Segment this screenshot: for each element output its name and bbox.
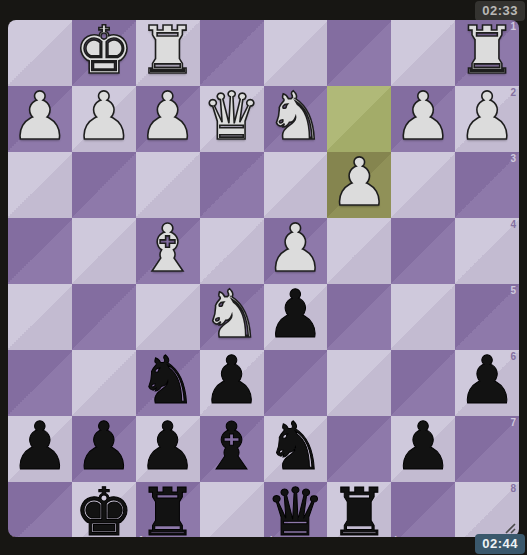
square-g1[interactable]: ♚ (72, 20, 136, 86)
square-h5[interactable] (8, 284, 72, 350)
square-h4[interactable] (8, 218, 72, 284)
square-g8[interactable]: ♚g (72, 482, 136, 537)
black-pawn[interactable]: ♟ (457, 348, 516, 414)
black-pawn[interactable]: ♟ (394, 414, 453, 480)
white-pawn[interactable]: ♟ (330, 150, 389, 216)
black-rook[interactable]: ♜ (138, 480, 197, 537)
player-clock: 02:44 (475, 534, 525, 554)
square-b4[interactable] (391, 218, 455, 284)
square-g5[interactable] (72, 284, 136, 350)
square-d5[interactable]: ♟ (264, 284, 328, 350)
square-c5[interactable] (327, 284, 391, 350)
black-pawn[interactable]: ♟ (202, 348, 261, 414)
square-b8[interactable]: b (391, 482, 455, 537)
file-label-h: h (11, 536, 17, 537)
square-c7[interactable] (327, 416, 391, 482)
white-pawn[interactable]: ♟ (138, 84, 197, 150)
white-pawn[interactable]: ♟ (394, 84, 453, 150)
black-pawn[interactable]: ♟ (266, 282, 325, 348)
white-knight[interactable]: ♞ (266, 84, 325, 150)
rank-label-7: 7 (510, 418, 516, 428)
square-b5[interactable] (391, 284, 455, 350)
rank-label-3: 3 (510, 154, 516, 164)
square-f7[interactable]: ♟ (136, 416, 200, 482)
square-e4[interactable] (200, 218, 264, 284)
square-f6[interactable]: ♞ (136, 350, 200, 416)
square-d1[interactable] (264, 20, 328, 86)
square-a1[interactable]: ♜1 (455, 20, 519, 86)
square-e6[interactable]: ♟ (200, 350, 264, 416)
square-g6[interactable] (72, 350, 136, 416)
black-rook[interactable]: ♜ (330, 480, 389, 537)
square-a4[interactable]: 4 (455, 218, 519, 284)
white-pawn[interactable]: ♟ (10, 84, 69, 150)
square-d3[interactable] (264, 152, 328, 218)
square-b7[interactable]: ♟ (391, 416, 455, 482)
square-e3[interactable] (200, 152, 264, 218)
square-b6[interactable] (391, 350, 455, 416)
square-g4[interactable] (72, 218, 136, 284)
square-h1[interactable] (8, 20, 72, 86)
square-f4[interactable]: ♝ (136, 218, 200, 284)
square-e7[interactable]: ♝ (200, 416, 264, 482)
square-a7[interactable]: 7 (455, 416, 519, 482)
square-e8[interactable]: e (200, 482, 264, 537)
file-label-a: a (458, 536, 464, 537)
square-a5[interactable]: 5 (455, 284, 519, 350)
white-pawn[interactable]: ♟ (457, 84, 516, 150)
square-g2[interactable]: ♟ (72, 86, 136, 152)
square-c8[interactable]: ♜c (327, 482, 391, 537)
square-d8[interactable]: ♛d (264, 482, 328, 537)
opponent-clock-time: 02:33 (482, 3, 518, 18)
rank-label-5: 5 (510, 286, 516, 296)
black-king[interactable]: ♚ (74, 480, 133, 537)
white-knight[interactable]: ♞ (202, 282, 261, 348)
square-g7[interactable]: ♟ (72, 416, 136, 482)
square-f8[interactable]: ♜f (136, 482, 200, 537)
black-knight[interactable]: ♞ (266, 414, 325, 480)
square-e2[interactable]: ♛ (200, 86, 264, 152)
square-h7[interactable]: ♟ (8, 416, 72, 482)
square-e1[interactable] (200, 20, 264, 86)
square-d4[interactable]: ♟ (264, 218, 328, 284)
square-b1[interactable] (391, 20, 455, 86)
square-c6[interactable] (327, 350, 391, 416)
white-bishop[interactable]: ♝ (138, 216, 197, 282)
square-b3[interactable] (391, 152, 455, 218)
rank-label-8: 8 (510, 484, 516, 494)
black-pawn[interactable]: ♟ (74, 414, 133, 480)
square-d7[interactable]: ♞ (264, 416, 328, 482)
square-c4[interactable] (327, 218, 391, 284)
square-d6[interactable] (264, 350, 328, 416)
square-f5[interactable] (136, 284, 200, 350)
black-queen[interactable]: ♛ (266, 480, 325, 537)
opponent-clock: 02:33 (475, 1, 525, 21)
square-h8[interactable]: h (8, 482, 72, 537)
black-bishop[interactable]: ♝ (202, 414, 261, 480)
square-a2[interactable]: ♟2 (455, 86, 519, 152)
square-f3[interactable] (136, 152, 200, 218)
square-b2[interactable]: ♟ (391, 86, 455, 152)
file-label-e: e (203, 536, 209, 537)
white-queen[interactable]: ♛ (202, 84, 261, 150)
white-pawn[interactable]: ♟ (74, 84, 133, 150)
square-e5[interactable]: ♞ (200, 284, 264, 350)
black-knight[interactable]: ♞ (138, 348, 197, 414)
square-a3[interactable]: 3 (455, 152, 519, 218)
chess-board: ♚♜♜1♟♟♟♛♞♟♟2♟3♝♟4♞♟5♞♟♟6♟♟♟♝♞♟7h♚g♜fe♛d♜… (8, 20, 519, 537)
square-a6[interactable]: ♟6 (455, 350, 519, 416)
square-g3[interactable] (72, 152, 136, 218)
square-f2[interactable]: ♟ (136, 86, 200, 152)
black-pawn[interactable]: ♟ (138, 414, 197, 480)
square-c3[interactable]: ♟ (327, 152, 391, 218)
square-c2[interactable] (327, 86, 391, 152)
square-f1[interactable]: ♜ (136, 20, 200, 86)
file-label-b: b (394, 536, 400, 537)
square-h2[interactable]: ♟ (8, 86, 72, 152)
square-d2[interactable]: ♞ (264, 86, 328, 152)
rank-label-4: 4 (510, 220, 516, 230)
white-rook[interactable]: ♜ (138, 20, 197, 84)
game-screen: 02:33 ♚♜♜1♟♟♟♛♞♟♟2♟3♝♟4♞♟5♞♟♟6♟♟♟♝♞♟7h♚g… (0, 0, 527, 555)
white-rook[interactable]: ♜ (457, 20, 516, 84)
player-clock-time: 02:44 (482, 536, 518, 551)
square-h3[interactable] (8, 152, 72, 218)
square-c1[interactable] (327, 20, 391, 86)
white-pawn[interactable]: ♟ (266, 216, 325, 282)
white-king[interactable]: ♚ (74, 20, 133, 84)
black-pawn[interactable]: ♟ (10, 414, 69, 480)
square-h6[interactable] (8, 350, 72, 416)
